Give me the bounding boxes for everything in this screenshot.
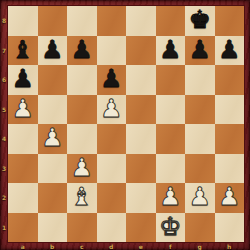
square-h6[interactable] (215, 65, 245, 95)
file-label-d: d (97, 242, 127, 250)
square-c3[interactable]: ♟ (67, 154, 97, 184)
square-f1[interactable]: ♚ (156, 213, 186, 243)
square-g4[interactable] (185, 124, 215, 154)
square-c7[interactable]: ♟ (67, 36, 97, 66)
white-bishop[interactable]: ♝ (71, 184, 93, 209)
square-g6[interactable] (185, 65, 215, 95)
white-pawn[interactable]: ♟ (100, 96, 122, 121)
square-h4[interactable] (215, 124, 245, 154)
square-d1[interactable] (97, 213, 127, 243)
rank-label-1: 1 (0, 213, 8, 243)
square-e6[interactable] (126, 65, 156, 95)
file-label-g: g (185, 242, 215, 250)
square-b2[interactable] (38, 183, 68, 213)
square-c2[interactable]: ♝ (67, 183, 97, 213)
black-pawn[interactable]: ♟ (189, 37, 211, 62)
square-b7[interactable]: ♟ (38, 36, 68, 66)
black-bishop[interactable]: ♝ (12, 37, 34, 62)
square-b8[interactable] (38, 6, 68, 36)
black-pawn[interactable]: ♟ (159, 37, 181, 62)
square-e1[interactable] (126, 213, 156, 243)
square-h1[interactable] (215, 213, 245, 243)
board-frame: ♚♝♟♟♟♟♟♟♟♟♟♟♟♝♟♟♟♚ 87654321abcdefgh (0, 0, 250, 250)
square-d6[interactable]: ♟ (97, 65, 127, 95)
white-pawn[interactable]: ♟ (41, 125, 63, 150)
square-e3[interactable] (126, 154, 156, 184)
file-label-h: h (215, 242, 245, 250)
square-g8[interactable]: ♚ (185, 6, 215, 36)
square-f3[interactable] (156, 154, 186, 184)
black-pawn[interactable]: ♟ (100, 66, 122, 91)
square-b1[interactable] (38, 213, 68, 243)
square-d4[interactable] (97, 124, 127, 154)
black-pawn[interactable]: ♟ (12, 66, 34, 91)
file-label-a: a (8, 242, 38, 250)
square-e2[interactable] (126, 183, 156, 213)
file-label-e: e (126, 242, 156, 250)
white-pawn[interactable]: ♟ (189, 184, 211, 209)
square-h2[interactable]: ♟ (215, 183, 245, 213)
square-g5[interactable] (185, 95, 215, 125)
square-a3[interactable] (8, 154, 38, 184)
square-c6[interactable] (67, 65, 97, 95)
square-d7[interactable] (97, 36, 127, 66)
square-a5[interactable]: ♟ (8, 95, 38, 125)
square-a7[interactable]: ♝ (8, 36, 38, 66)
square-c4[interactable] (67, 124, 97, 154)
square-h8[interactable] (215, 6, 245, 36)
square-b6[interactable] (38, 65, 68, 95)
square-f4[interactable] (156, 124, 186, 154)
square-f5[interactable] (156, 95, 186, 125)
square-h7[interactable]: ♟ (215, 36, 245, 66)
square-a2[interactable] (8, 183, 38, 213)
square-f2[interactable]: ♟ (156, 183, 186, 213)
square-b4[interactable]: ♟ (38, 124, 68, 154)
rank-label-4: 4 (0, 124, 8, 154)
square-g2[interactable]: ♟ (185, 183, 215, 213)
square-a1[interactable] (8, 213, 38, 243)
square-f8[interactable] (156, 6, 186, 36)
square-c5[interactable] (67, 95, 97, 125)
black-pawn[interactable]: ♟ (71, 37, 93, 62)
black-pawn[interactable]: ♟ (218, 37, 240, 62)
white-pawn[interactable]: ♟ (218, 184, 240, 209)
rank-label-3: 3 (0, 154, 8, 184)
square-a8[interactable] (8, 6, 38, 36)
white-pawn[interactable]: ♟ (159, 184, 181, 209)
square-d8[interactable] (97, 6, 127, 36)
rank-label-2: 2 (0, 183, 8, 213)
black-pawn[interactable]: ♟ (41, 37, 63, 62)
white-king[interactable]: ♚ (159, 214, 181, 239)
square-b5[interactable] (38, 95, 68, 125)
square-e4[interactable] (126, 124, 156, 154)
square-d3[interactable] (97, 154, 127, 184)
file-label-b: b (38, 242, 68, 250)
chess-board: ♚♝♟♟♟♟♟♟♟♟♟♟♟♝♟♟♟♚ (8, 6, 244, 242)
square-b3[interactable] (38, 154, 68, 184)
square-h5[interactable] (215, 95, 245, 125)
black-king[interactable]: ♚ (189, 7, 211, 32)
rank-label-8: 8 (0, 6, 8, 36)
white-pawn[interactable]: ♟ (12, 96, 34, 121)
square-f7[interactable]: ♟ (156, 36, 186, 66)
file-label-c: c (67, 242, 97, 250)
square-d2[interactable] (97, 183, 127, 213)
square-c1[interactable] (67, 213, 97, 243)
file-label-f: f (156, 242, 186, 250)
rank-label-5: 5 (0, 95, 8, 125)
square-d5[interactable]: ♟ (97, 95, 127, 125)
square-a4[interactable] (8, 124, 38, 154)
square-c8[interactable] (67, 6, 97, 36)
square-h3[interactable] (215, 154, 245, 184)
square-e7[interactable] (126, 36, 156, 66)
square-a6[interactable]: ♟ (8, 65, 38, 95)
rank-label-6: 6 (0, 65, 8, 95)
square-e5[interactable] (126, 95, 156, 125)
rank-label-7: 7 (0, 36, 8, 66)
square-e8[interactable] (126, 6, 156, 36)
square-g7[interactable]: ♟ (185, 36, 215, 66)
square-g1[interactable] (185, 213, 215, 243)
white-pawn[interactable]: ♟ (71, 155, 93, 180)
square-g3[interactable] (185, 154, 215, 184)
square-f6[interactable] (156, 65, 186, 95)
